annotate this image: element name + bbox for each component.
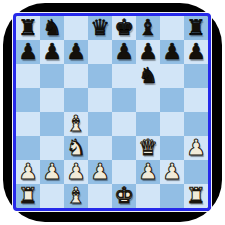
black-rook[interactable]: ♜ xyxy=(184,16,208,40)
square-d7[interactable] xyxy=(88,40,112,64)
square-e8[interactable]: ♚ xyxy=(112,16,136,40)
square-e1[interactable]: ♚ xyxy=(112,184,136,208)
square-f7[interactable]: ♟ xyxy=(136,40,160,64)
square-e3[interactable] xyxy=(112,136,136,160)
square-f3[interactable]: ♛ xyxy=(136,136,160,160)
square-a1[interactable]: ♜ xyxy=(16,184,40,208)
square-b4[interactable] xyxy=(40,112,64,136)
white-pawn[interactable]: ♟ xyxy=(40,160,64,184)
white-pawn[interactable]: ♟ xyxy=(88,160,112,184)
black-queen[interactable]: ♛ xyxy=(88,16,112,40)
black-bishop[interactable]: ♝ xyxy=(136,16,160,40)
black-knight[interactable]: ♞ xyxy=(136,64,160,88)
white-king[interactable]: ♚ xyxy=(112,184,136,208)
white-bishop[interactable]: ♝ xyxy=(64,112,88,136)
square-b7[interactable]: ♟ xyxy=(40,40,64,64)
square-g2[interactable]: ♟ xyxy=(160,160,184,184)
square-f6[interactable]: ♞ xyxy=(136,64,160,88)
square-c6[interactable] xyxy=(64,64,88,88)
square-a3[interactable] xyxy=(16,136,40,160)
square-f2[interactable]: ♟ xyxy=(136,160,160,184)
black-pawn[interactable]: ♟ xyxy=(64,40,88,64)
square-a2[interactable]: ♟ xyxy=(16,160,40,184)
black-pawn[interactable]: ♟ xyxy=(112,40,136,64)
black-pawn[interactable]: ♟ xyxy=(136,40,160,64)
white-pawn[interactable]: ♟ xyxy=(160,160,184,184)
white-pawn[interactable]: ♟ xyxy=(16,160,40,184)
square-c2[interactable]: ♟ xyxy=(64,160,88,184)
square-d5[interactable] xyxy=(88,88,112,112)
white-rook[interactable]: ♜ xyxy=(184,184,208,208)
square-c3[interactable]: ♞ xyxy=(64,136,88,160)
white-bishop[interactable]: ♝ xyxy=(64,184,88,208)
square-c1[interactable]: ♝ xyxy=(64,184,88,208)
square-h5[interactable] xyxy=(184,88,208,112)
square-c8[interactable] xyxy=(64,16,88,40)
black-pawn[interactable]: ♟ xyxy=(184,40,208,64)
chess-board[interactable]: ♜♞♛♚♝♜♟♟♟♟♟♟♟♞♝♞♛♟♟♟♟♟♟♟♜♝♚♜ xyxy=(13,13,211,211)
square-d6[interactable] xyxy=(88,64,112,88)
square-d2[interactable]: ♟ xyxy=(88,160,112,184)
square-b8[interactable]: ♞ xyxy=(40,16,64,40)
square-c4[interactable]: ♝ xyxy=(64,112,88,136)
square-b2[interactable]: ♟ xyxy=(40,160,64,184)
square-a4[interactable] xyxy=(16,112,40,136)
square-f8[interactable]: ♝ xyxy=(136,16,160,40)
square-d8[interactable]: ♛ xyxy=(88,16,112,40)
square-e2[interactable] xyxy=(112,160,136,184)
square-c7[interactable]: ♟ xyxy=(64,40,88,64)
white-pawn[interactable]: ♟ xyxy=(184,136,208,160)
square-b5[interactable] xyxy=(40,88,64,112)
black-king[interactable]: ♚ xyxy=(112,16,136,40)
black-pawn[interactable]: ♟ xyxy=(160,40,184,64)
square-g4[interactable] xyxy=(160,112,184,136)
square-g1[interactable] xyxy=(160,184,184,208)
square-a6[interactable] xyxy=(16,64,40,88)
square-d4[interactable] xyxy=(88,112,112,136)
square-e5[interactable] xyxy=(112,88,136,112)
square-g7[interactable]: ♟ xyxy=(160,40,184,64)
square-h4[interactable] xyxy=(184,112,208,136)
square-b1[interactable] xyxy=(40,184,64,208)
square-h7[interactable]: ♟ xyxy=(184,40,208,64)
black-rook[interactable]: ♜ xyxy=(16,16,40,40)
square-g6[interactable] xyxy=(160,64,184,88)
square-h1[interactable]: ♜ xyxy=(184,184,208,208)
square-b3[interactable] xyxy=(40,136,64,160)
square-f5[interactable] xyxy=(136,88,160,112)
square-f1[interactable] xyxy=(136,184,160,208)
square-g5[interactable] xyxy=(160,88,184,112)
square-g3[interactable] xyxy=(160,136,184,160)
square-e6[interactable] xyxy=(112,64,136,88)
square-e4[interactable] xyxy=(112,112,136,136)
black-knight[interactable]: ♞ xyxy=(40,16,64,40)
white-knight[interactable]: ♞ xyxy=(64,136,88,160)
square-h6[interactable] xyxy=(184,64,208,88)
square-a8[interactable]: ♜ xyxy=(16,16,40,40)
square-e7[interactable]: ♟ xyxy=(112,40,136,64)
black-pawn[interactable]: ♟ xyxy=(16,40,40,64)
square-c5[interactable] xyxy=(64,88,88,112)
square-b6[interactable] xyxy=(40,64,64,88)
square-g8[interactable] xyxy=(160,16,184,40)
white-pawn[interactable]: ♟ xyxy=(136,160,160,184)
square-d1[interactable] xyxy=(88,184,112,208)
square-a7[interactable]: ♟ xyxy=(16,40,40,64)
square-f4[interactable] xyxy=(136,112,160,136)
white-queen[interactable]: ♛ xyxy=(136,136,160,160)
square-d3[interactable] xyxy=(88,136,112,160)
square-h2[interactable] xyxy=(184,160,208,184)
white-rook[interactable]: ♜ xyxy=(16,184,40,208)
chess-app-window: ♜♞♛♚♝♜♟♟♟♟♟♟♟♞♝♞♛♟♟♟♟♟♟♟♜♝♚♜ xyxy=(0,0,225,225)
square-a5[interactable] xyxy=(16,88,40,112)
square-h8[interactable]: ♜ xyxy=(184,16,208,40)
black-pawn[interactable]: ♟ xyxy=(40,40,64,64)
square-h3[interactable]: ♟ xyxy=(184,136,208,160)
white-pawn[interactable]: ♟ xyxy=(64,160,88,184)
